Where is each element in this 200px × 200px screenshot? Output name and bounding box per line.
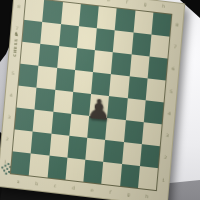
file-label: e	[99, 0, 118, 4]
square-g8	[133, 11, 153, 35]
chess-board: abcdefgh abcdefgh 87654321 87654321 ♞ CH…	[0, 0, 185, 200]
square-e2	[85, 138, 105, 162]
square-c2	[49, 134, 69, 158]
square-f3	[105, 118, 125, 142]
square-g5	[127, 76, 147, 100]
square-e8	[97, 6, 117, 30]
square-h7	[149, 35, 169, 59]
square-a5	[19, 64, 39, 88]
square-f6	[111, 52, 131, 76]
square-f8	[115, 8, 135, 32]
square-b6	[39, 44, 59, 68]
square-d6	[75, 48, 95, 72]
file-label: g	[136, 2, 155, 9]
square-d2	[67, 136, 87, 160]
square-c4	[53, 90, 73, 114]
square-a6	[20, 42, 40, 66]
brand-label: CHESS	[12, 38, 19, 57]
rank-label: 6	[169, 58, 178, 81]
square-b4	[35, 88, 55, 112]
square-g3	[124, 120, 144, 144]
square-f5	[109, 74, 129, 98]
square-d7	[77, 26, 97, 50]
square-e4	[89, 94, 109, 118]
square-c8	[61, 2, 81, 26]
square-e3	[87, 116, 107, 140]
file-label: a	[9, 179, 28, 186]
square-h5	[145, 78, 165, 102]
square-c5	[55, 68, 75, 92]
rank-label: 2	[161, 147, 170, 170]
file-label: e	[83, 187, 102, 194]
square-h6	[147, 56, 167, 80]
file-label: b	[27, 181, 46, 188]
rank-label: 7	[12, 18, 21, 41]
square-c7	[59, 24, 79, 48]
file-label: f	[118, 0, 137, 6]
square-b5	[37, 66, 57, 90]
square-a1	[11, 151, 31, 175]
square-c6	[57, 46, 77, 70]
square-g2	[122, 142, 142, 166]
square-e1	[83, 160, 103, 184]
file-label: h	[154, 4, 173, 11]
file-label: d	[81, 0, 100, 2]
file-label: h	[138, 194, 157, 200]
rank-label: 4	[7, 84, 16, 107]
square-h2	[140, 144, 160, 168]
rank-label: 8	[14, 0, 23, 19]
rank-label: 7	[170, 36, 179, 59]
file-label: d	[64, 185, 83, 192]
square-h8	[151, 13, 171, 37]
file-label: f	[101, 189, 120, 196]
square-g7	[131, 32, 151, 56]
square-b7	[41, 22, 61, 46]
square-h3	[142, 122, 162, 146]
square-g1	[120, 164, 140, 188]
square-g6	[129, 54, 149, 78]
square-e7	[95, 28, 115, 52]
rank-label: 5	[167, 81, 176, 104]
square-f7	[113, 30, 133, 54]
photo-scene: abcdefgh abcdefgh 87654321 87654321 ♞ CH…	[0, 0, 200, 200]
rank-label: 5	[9, 62, 18, 85]
square-e5	[91, 72, 111, 96]
square-g4	[125, 98, 145, 122]
square-d8	[79, 4, 99, 28]
square-a3	[15, 108, 35, 132]
square-f1	[102, 162, 122, 186]
rank-label: 2	[3, 129, 12, 152]
file-label: g	[119, 191, 138, 198]
rank-label: 3	[163, 125, 172, 148]
rank-label: 8	[172, 14, 181, 37]
knight-logo-icon: ♞	[14, 31, 20, 38]
square-h1	[138, 166, 158, 190]
square-b1	[29, 153, 49, 177]
rank-label: 6	[11, 40, 20, 63]
square-a8	[24, 0, 44, 22]
square-h4	[144, 100, 164, 124]
square-a2	[13, 129, 33, 153]
file-label: c	[46, 183, 65, 190]
square-d4	[71, 92, 91, 116]
square-b3	[33, 110, 53, 134]
rank-label: 3	[5, 107, 14, 130]
rank-label: 4	[165, 103, 174, 126]
square-f4	[107, 96, 127, 120]
square-f2	[103, 140, 123, 164]
square-c3	[51, 112, 71, 136]
square-b2	[31, 132, 51, 156]
square-b8	[42, 0, 62, 24]
square-d3	[69, 114, 89, 138]
square-c1	[47, 156, 67, 180]
rank-label: 1	[1, 151, 10, 174]
square-d1	[65, 158, 85, 182]
square-a7	[22, 20, 42, 44]
board-grid	[10, 0, 173, 191]
square-e6	[93, 50, 113, 74]
square-d5	[73, 70, 93, 94]
rank-label: 1	[159, 169, 168, 192]
square-a4	[17, 86, 37, 110]
